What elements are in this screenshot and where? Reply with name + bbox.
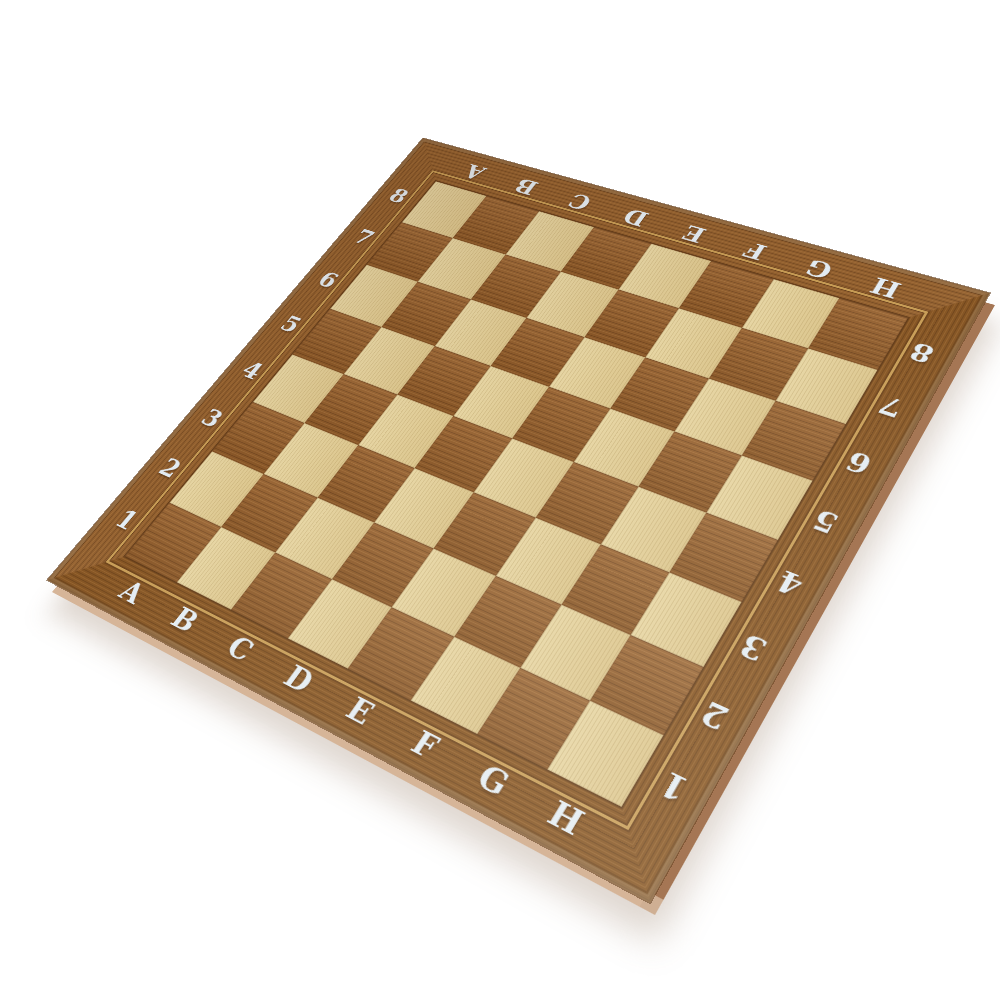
photo-background: AA88BB77CC66DD55EE44FF33GG22HH11 bbox=[0, 0, 1000, 1000]
chessboard: AA88BB77CC66DD55EE44FF33GG22HH11 bbox=[47, 138, 990, 903]
